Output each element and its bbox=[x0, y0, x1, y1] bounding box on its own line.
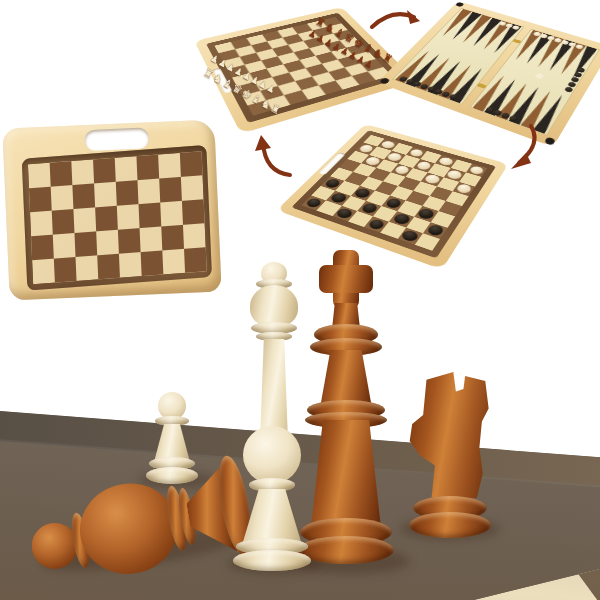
brown-king-standing bbox=[296, 248, 396, 570]
closed-game-case bbox=[2, 119, 221, 300]
white-pawn-front bbox=[233, 426, 311, 572]
brown-knight-standing bbox=[402, 372, 494, 546]
backgammon-point bbox=[567, 46, 597, 80]
rotate-arrow-icon bbox=[252, 134, 294, 178]
rotate-arrow-icon bbox=[505, 124, 539, 172]
die bbox=[534, 73, 544, 80]
case-front-face bbox=[22, 145, 212, 291]
checkers-board-squares bbox=[301, 135, 487, 251]
product-photo-chess-set: ♜♞♝♛♚♝♞♜ ♟♟♟♟♟♟♟♟ ♜♞♝♛♚♝♞♜ ♟♟♟♟♟♟♟♟ bbox=[0, 0, 600, 600]
case-clasp bbox=[544, 137, 556, 146]
case-clasp bbox=[455, 2, 465, 7]
rotate-arrow-icon bbox=[370, 8, 420, 34]
case-checkerboard-pattern bbox=[28, 151, 207, 284]
case-handle-cutout bbox=[84, 127, 149, 151]
